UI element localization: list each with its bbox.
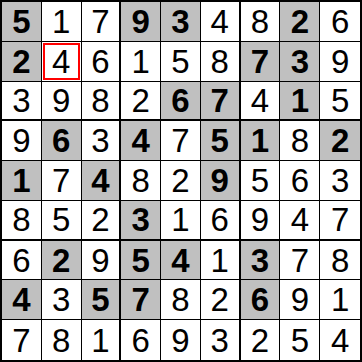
cell-r7c8[interactable]: 7	[280, 241, 320, 281]
cell-r6c9[interactable]: 7	[320, 201, 360, 241]
cell-r8c5[interactable]: 8	[161, 280, 201, 320]
cell-r7c2-given: 2	[42, 241, 82, 281]
cell-r1c6[interactable]: 4	[201, 2, 241, 42]
cell-r4c6-given: 5	[201, 121, 241, 161]
cell-r5c8[interactable]: 6	[280, 161, 320, 201]
cell-r8c3-given: 5	[82, 280, 122, 320]
cell-r9c1[interactable]: 7	[2, 320, 42, 360]
cell-r6c5[interactable]: 1	[161, 201, 201, 241]
cell-r3c8-given: 1	[280, 82, 320, 122]
cell-r3c4[interactable]: 2	[121, 82, 161, 122]
cell-r5c6-given: 9	[201, 161, 241, 201]
cell-r3c2[interactable]: 9	[42, 82, 82, 122]
cell-r6c8[interactable]: 4	[280, 201, 320, 241]
cell-r8c8[interactable]: 9	[280, 280, 320, 320]
cell-r1c3[interactable]: 7	[82, 2, 122, 42]
cell-r9c4[interactable]: 6	[121, 320, 161, 360]
cell-r5c7[interactable]: 5	[241, 161, 281, 201]
cell-r9c8[interactable]: 5	[280, 320, 320, 360]
cell-r9c7[interactable]: 2	[241, 320, 281, 360]
cell-r8c4-given: 7	[121, 280, 161, 320]
cell-r1c8-given: 2	[280, 2, 320, 42]
cell-r1c2[interactable]: 1	[42, 2, 82, 42]
cell-r2c1-given: 2	[2, 42, 42, 82]
cell-r7c1[interactable]: 6	[2, 241, 42, 281]
cell-r7c3[interactable]: 9	[82, 241, 122, 281]
cell-r3c7[interactable]: 4	[241, 82, 281, 122]
cell-r2c3[interactable]: 6	[82, 42, 122, 82]
cell-r3c3[interactable]: 8	[82, 82, 122, 122]
sudoku-board: 5179348262461587393982674159634751821748…	[0, 0, 362, 362]
cell-r2c2[interactable]: 4	[42, 42, 82, 82]
cell-r2c6[interactable]: 8	[201, 42, 241, 82]
cell-r1c5-given: 3	[161, 2, 201, 42]
cell-r8c2[interactable]: 3	[42, 280, 82, 320]
cell-r5c4[interactable]: 8	[121, 161, 161, 201]
cell-r4c2-given: 6	[42, 121, 82, 161]
cell-r6c2[interactable]: 5	[42, 201, 82, 241]
cell-r7c6[interactable]: 1	[201, 241, 241, 281]
cell-r5c9[interactable]: 3	[320, 161, 360, 201]
cell-r1c7[interactable]: 8	[241, 2, 281, 42]
cell-r9c5[interactable]: 9	[161, 320, 201, 360]
cell-r4c5[interactable]: 7	[161, 121, 201, 161]
cell-r6c4-given: 3	[121, 201, 161, 241]
cell-r7c9[interactable]: 8	[320, 241, 360, 281]
cell-r6c7[interactable]: 9	[241, 201, 281, 241]
cell-r2c5[interactable]: 5	[161, 42, 201, 82]
cell-r6c1[interactable]: 8	[2, 201, 42, 241]
cell-r1c9[interactable]: 6	[320, 2, 360, 42]
cell-r4c9-given: 2	[320, 121, 360, 161]
cell-r8c6[interactable]: 2	[201, 280, 241, 320]
cell-r8c9[interactable]: 1	[320, 280, 360, 320]
cell-r2c7-given: 7	[241, 42, 281, 82]
cell-r6c3[interactable]: 2	[82, 201, 122, 241]
cell-r4c3[interactable]: 3	[82, 121, 122, 161]
cell-r3c9[interactable]: 5	[320, 82, 360, 122]
cell-r1c4-given: 9	[121, 2, 161, 42]
cell-r4c8[interactable]: 8	[280, 121, 320, 161]
cell-r3c5-given: 6	[161, 82, 201, 122]
cell-r8c1-given: 4	[2, 280, 42, 320]
cell-r7c4-given: 5	[121, 241, 161, 281]
cell-r2c8-given: 3	[280, 42, 320, 82]
cell-r4c7-given: 1	[241, 121, 281, 161]
cell-r7c7-given: 3	[241, 241, 281, 281]
cell-r4c4-given: 4	[121, 121, 161, 161]
cell-r8c7-given: 6	[241, 280, 281, 320]
cell-r5c3-given: 4	[82, 161, 122, 201]
cell-r3c6-given: 7	[201, 82, 241, 122]
cell-r4c1[interactable]: 9	[2, 121, 42, 161]
cell-r6c6[interactable]: 6	[201, 201, 241, 241]
cell-r5c2[interactable]: 7	[42, 161, 82, 201]
cell-r2c9[interactable]: 9	[320, 42, 360, 82]
cell-r9c9[interactable]: 4	[320, 320, 360, 360]
cell-r5c1-given: 1	[2, 161, 42, 201]
cell-r5c5[interactable]: 2	[161, 161, 201, 201]
cell-r7c5-given: 4	[161, 241, 201, 281]
cell-r3c1[interactable]: 3	[2, 82, 42, 122]
cell-r2c4[interactable]: 1	[121, 42, 161, 82]
cell-r9c6[interactable]: 3	[201, 320, 241, 360]
cell-r1c1-given: 5	[2, 2, 42, 42]
cell-r9c2[interactable]: 8	[42, 320, 82, 360]
cell-r9c3[interactable]: 1	[82, 320, 122, 360]
